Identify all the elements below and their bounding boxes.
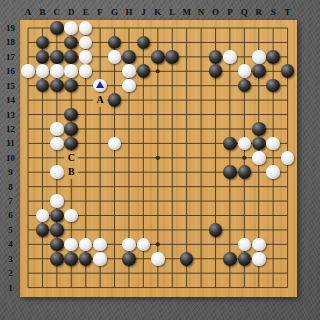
stone-black-L17 (165, 50, 179, 64)
stone-black-H17 (122, 50, 136, 64)
stone-white-S11 (266, 137, 280, 151)
row-label-9: 9 (3, 166, 18, 178)
stone-white-C9 (50, 165, 64, 179)
column-label-D: D (64, 6, 78, 18)
stone-black-G14 (108, 93, 122, 107)
stone-black-D17 (64, 50, 78, 64)
stone-white-B16 (36, 64, 50, 78)
stone-black-D3 (64, 252, 78, 266)
stone-white-F4 (93, 238, 107, 252)
stone-black-D11 (64, 137, 78, 151)
stone-white-D19 (64, 21, 78, 35)
stone-white-H4 (122, 238, 136, 252)
stone-white-E17 (79, 50, 93, 64)
column-label-H: H (122, 6, 136, 18)
stone-black-Q3 (238, 252, 252, 266)
stone-black-R16 (252, 64, 266, 78)
stone-white-J4 (137, 238, 151, 252)
stone-black-P11 (223, 137, 237, 151)
stone-white-K3 (151, 252, 165, 266)
stone-white-G17 (108, 50, 122, 64)
column-label-T: T (281, 6, 295, 18)
column-label-O: O (208, 6, 222, 18)
stone-black-C19 (50, 21, 64, 35)
stone-white-Q16 (238, 64, 252, 78)
row-label-5: 5 (3, 224, 18, 236)
stone-white-Q11 (238, 137, 252, 151)
stone-black-H3 (122, 252, 136, 266)
column-label-L: L (165, 6, 179, 18)
column-label-K: K (151, 6, 165, 18)
column-label-M: M (180, 6, 194, 18)
row-label-18: 18 (3, 36, 18, 48)
stone-black-P3 (223, 252, 237, 266)
stone-black-D18 (64, 36, 78, 50)
stone-white-H15 (122, 79, 136, 93)
stone-black-O5 (209, 223, 223, 237)
stone-black-K17 (151, 50, 165, 64)
column-label-Q: Q (237, 6, 251, 18)
stone-white-Q4 (238, 238, 252, 252)
row-label-2: 2 (3, 267, 18, 279)
stone-white-T10 (281, 151, 295, 165)
stone-black-C5 (50, 223, 64, 237)
stone-white-C7 (50, 194, 64, 208)
go-app-screenshot: ABCDEFGHJKLMNOPQRST 19181716151413121110… (0, 0, 320, 320)
column-label-C: C (50, 6, 64, 18)
row-label-13: 13 (3, 109, 18, 121)
column-label-S: S (266, 6, 280, 18)
stone-black-D12 (64, 122, 78, 136)
stone-white-S9 (266, 165, 280, 179)
stone-black-M3 (180, 252, 194, 266)
column-label-B: B (35, 6, 49, 18)
triangle-mark-F15 (96, 81, 104, 88)
go-board[interactable]: ABC (20, 20, 297, 297)
column-label-F: F (93, 6, 107, 18)
stone-black-E3 (79, 252, 93, 266)
row-label-10: 10 (3, 152, 18, 164)
row-label-14: 14 (3, 94, 18, 106)
column-label-G: G (108, 6, 122, 18)
stone-white-R4 (252, 238, 266, 252)
column-label-R: R (252, 6, 266, 18)
row-label-8: 8 (3, 181, 18, 193)
column-label-E: E (79, 6, 93, 18)
row-label-3: 3 (3, 253, 18, 265)
row-label-16: 16 (3, 65, 18, 77)
stone-white-C16 (50, 64, 64, 78)
stone-black-R12 (252, 122, 266, 136)
stone-white-R10 (252, 151, 266, 165)
stone-white-C11 (50, 137, 64, 151)
stone-black-J16 (137, 64, 151, 78)
stone-black-C15 (50, 79, 64, 93)
row-label-6: 6 (3, 209, 18, 221)
stone-white-A16 (21, 64, 35, 78)
stone-black-C17 (50, 50, 64, 64)
stone-black-S17 (266, 50, 280, 64)
stone-white-R17 (252, 50, 266, 64)
row-label-15: 15 (3, 80, 18, 92)
stone-black-Q9 (238, 165, 252, 179)
stone-white-P17 (223, 50, 237, 64)
stone-black-R11 (252, 137, 266, 151)
stone-white-D16 (64, 64, 78, 78)
letter-annotation-C-D10: C (64, 151, 78, 165)
stone-white-D4 (64, 238, 78, 252)
column-label-A: A (21, 6, 35, 18)
row-label-7: 7 (3, 195, 18, 207)
column-label-J: J (136, 6, 150, 18)
stone-white-F3 (93, 252, 107, 266)
row-label-4: 4 (3, 238, 18, 250)
row-label-1: 1 (3, 282, 18, 294)
stone-black-C6 (50, 209, 64, 223)
stone-black-P9 (223, 165, 237, 179)
column-label-P: P (223, 6, 237, 18)
row-label-11: 11 (3, 137, 18, 149)
row-label-19: 19 (3, 22, 18, 34)
stone-black-C4 (50, 238, 64, 252)
column-label-N: N (194, 6, 208, 18)
row-label-17: 17 (3, 51, 18, 63)
stone-black-C3 (50, 252, 64, 266)
row-label-12: 12 (3, 123, 18, 135)
stone-white-R3 (252, 252, 266, 266)
stone-black-O17 (209, 50, 223, 64)
stone-white-E19 (79, 21, 93, 35)
stone-white-H16 (122, 64, 136, 78)
stone-white-C12 (50, 122, 64, 136)
stone-black-B17 (36, 50, 50, 64)
stone-black-B5 (36, 223, 50, 237)
